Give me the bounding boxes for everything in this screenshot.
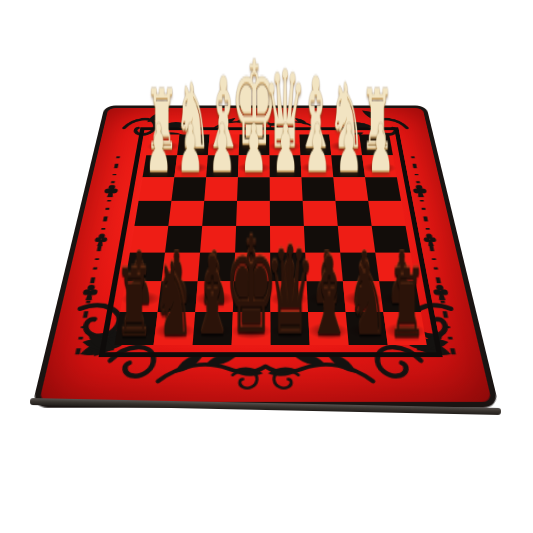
chess-board-grid: ♜♞♝♚♛♝♞♜♟♟♟♟♟♟♟♟♟♟♟♟♟♟♟♟♜♞♝♚♛♝♞♜ xyxy=(115,134,427,345)
piece-black-knight[interactable]: ♞ xyxy=(153,257,194,343)
square-c3[interactable] xyxy=(301,177,335,200)
piece-white-pawn[interactable]: ♟ xyxy=(304,121,330,176)
piece-white-pawn[interactable]: ♟ xyxy=(368,121,394,176)
square-b4[interactable] xyxy=(335,201,371,226)
piece-black-rook[interactable]: ♜ xyxy=(115,263,153,343)
square-h2[interactable]: ♟ xyxy=(143,155,178,177)
square-g3[interactable] xyxy=(171,177,206,200)
square-a8[interactable]: ♜ xyxy=(383,312,427,345)
square-h8[interactable]: ♜ xyxy=(115,312,158,345)
piece-white-pawn[interactable]: ♟ xyxy=(177,121,203,176)
square-d8[interactable]: ♛ xyxy=(270,312,309,345)
photo-scene: ♜♞♝♚♛♝♞♜♟♟♟♟♟♟♟♟♟♟♟♟♟♟♟♟♜♞♝♚♛♝♞♜ xyxy=(0,0,533,533)
piece-black-bishop[interactable]: ♝ xyxy=(190,251,233,343)
square-b3[interactable] xyxy=(333,177,368,200)
square-a3[interactable] xyxy=(365,177,401,200)
piece-black-queen[interactable]: ♛ xyxy=(266,239,315,343)
square-f8[interactable]: ♝ xyxy=(193,312,233,345)
square-f2[interactable]: ♟ xyxy=(206,155,239,177)
square-e3[interactable] xyxy=(237,177,270,200)
piece-black-rook[interactable]: ♜ xyxy=(388,263,426,343)
piece-white-pawn[interactable]: ♟ xyxy=(209,121,235,176)
piece-black-knight[interactable]: ♞ xyxy=(348,257,389,343)
square-g4[interactable] xyxy=(168,201,204,226)
piece-white-pawn[interactable]: ♟ xyxy=(272,121,298,176)
square-d2[interactable]: ♟ xyxy=(270,155,302,177)
square-e2[interactable]: ♟ xyxy=(238,155,270,177)
square-g2[interactable]: ♟ xyxy=(174,155,208,177)
square-a4[interactable] xyxy=(368,201,405,226)
piece-white-pawn[interactable]: ♟ xyxy=(241,121,267,176)
square-b2[interactable]: ♟ xyxy=(331,155,365,177)
square-a2[interactable]: ♟ xyxy=(362,155,397,177)
square-c2[interactable]: ♟ xyxy=(300,155,333,177)
square-f3[interactable] xyxy=(204,177,238,200)
square-h4[interactable] xyxy=(134,201,171,226)
square-d3[interactable] xyxy=(270,177,303,200)
piece-white-pawn[interactable]: ♟ xyxy=(336,121,362,176)
square-g8[interactable]: ♞ xyxy=(154,312,196,345)
square-b8[interactable]: ♞ xyxy=(346,312,388,345)
chess-board-mat: ♜♞♝♚♛♝♞♜♟♟♟♟♟♟♟♟♟♟♟♟♟♟♟♟♜♞♝♚♛♝♞♜ xyxy=(32,105,500,407)
piece-white-pawn[interactable]: ♟ xyxy=(146,121,172,176)
square-h3[interactable] xyxy=(139,177,175,200)
